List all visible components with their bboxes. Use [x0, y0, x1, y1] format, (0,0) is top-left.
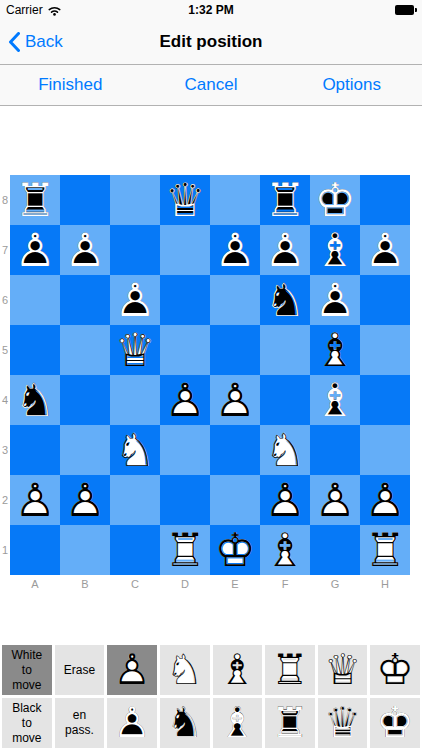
- erase-button[interactable]: Erase: [55, 645, 105, 695]
- rank-labels: 87654321: [0, 175, 10, 575]
- file-label-b: B: [60, 575, 110, 593]
- square-g6[interactable]: ♟♙: [310, 275, 360, 325]
- square-g7[interactable]: ♝♗: [310, 225, 360, 275]
- back-button[interactable]: Back: [8, 20, 63, 64]
- square-b1[interactable]: [60, 525, 110, 575]
- square-g8[interactable]: ♚♔: [310, 175, 360, 225]
- file-labels: ABCDEFGH: [10, 575, 410, 593]
- palette-white-rook[interactable]: ♜♖: [265, 645, 315, 695]
- square-e1[interactable]: ♚♔: [210, 525, 260, 575]
- square-f4[interactable]: [260, 375, 310, 425]
- rank-label-2: 2: [0, 475, 10, 525]
- square-c7[interactable]: [110, 225, 160, 275]
- square-c3[interactable]: ♞♘: [110, 425, 160, 475]
- square-d4[interactable]: ♟♙: [160, 375, 210, 425]
- piece-black-pawn: ♟♙: [110, 275, 160, 325]
- square-d5[interactable]: [160, 325, 210, 375]
- square-b3[interactable]: [60, 425, 110, 475]
- square-h6[interactable]: [360, 275, 410, 325]
- file-label-f: F: [260, 575, 310, 593]
- black-to-move-button[interactable]: Blacktomove: [2, 698, 52, 748]
- square-h3[interactable]: [360, 425, 410, 475]
- en-passant-button-label: enpass.: [65, 708, 94, 738]
- piece-black-knight: ♞♘: [10, 375, 60, 425]
- square-f2[interactable]: ♟♙: [260, 475, 310, 525]
- palette-black-pawn[interactable]: ♟♙: [107, 698, 157, 748]
- square-d1[interactable]: ♜♖: [160, 525, 210, 575]
- square-g5[interactable]: ♝♗: [310, 325, 360, 375]
- square-b2[interactable]: ♟♙: [60, 475, 110, 525]
- square-e3[interactable]: [210, 425, 260, 475]
- square-e8[interactable]: [210, 175, 260, 225]
- square-h7[interactable]: ♟♙: [360, 225, 410, 275]
- piece-white-rook: ♜♖: [267, 647, 313, 693]
- square-e6[interactable]: [210, 275, 260, 325]
- palette-black-bishop[interactable]: ♝♗: [213, 698, 263, 748]
- piece-white-rook: ♜♖: [360, 525, 410, 575]
- square-a5[interactable]: [10, 325, 60, 375]
- palette-black-king[interactable]: ♚♔: [370, 698, 420, 748]
- rank-label-5: 5: [0, 325, 10, 375]
- piece-black-rook: ♜♖: [267, 700, 313, 746]
- square-d8[interactable]: ♛♕: [160, 175, 210, 225]
- rank-label-8: 8: [0, 175, 10, 225]
- piece-black-pawn: ♟♙: [60, 225, 110, 275]
- piece-black-rook: ♜♖: [260, 175, 310, 225]
- palette-black-knight[interactable]: ♞♘: [160, 698, 210, 748]
- chess-board: ♜♖♛♕♜♖♚♔♟♙♟♙♟♙♟♙♝♗♟♙♟♙♞♘♟♙♛♕♝♗♞♘♟♙♟♙♝♗♞♘…: [10, 175, 410, 575]
- square-b4[interactable]: [60, 375, 110, 425]
- piece-black-pawn: ♟♙: [10, 225, 60, 275]
- page-title: Edit position: [0, 20, 422, 64]
- rank-label-7: 7: [0, 225, 10, 275]
- square-a3[interactable]: [10, 425, 60, 475]
- file-label-e: E: [210, 575, 260, 593]
- piece-white-pawn: ♟♙: [260, 475, 310, 525]
- piece-white-pawn: ♟♙: [160, 375, 210, 425]
- clock: 1:32 PM: [0, 0, 422, 20]
- palette-white-pawn[interactable]: ♟♙: [107, 645, 157, 695]
- piece-white-pawn: ♟♙: [10, 475, 60, 525]
- square-c8[interactable]: [110, 175, 160, 225]
- black-to-move-button-label: Blacktomove: [12, 701, 41, 746]
- square-h2[interactable]: ♟♙: [360, 475, 410, 525]
- square-c1[interactable]: [110, 525, 160, 575]
- square-f5[interactable]: [260, 325, 310, 375]
- piece-black-queen: ♛♕: [160, 175, 210, 225]
- square-d7[interactable]: [160, 225, 210, 275]
- square-b5[interactable]: [60, 325, 110, 375]
- square-a6[interactable]: [10, 275, 60, 325]
- rank-label-4: 4: [0, 375, 10, 425]
- square-a1[interactable]: [10, 525, 60, 575]
- piece-black-rook: ♜♖: [10, 175, 60, 225]
- square-b6[interactable]: [60, 275, 110, 325]
- rank-label-1: 1: [0, 525, 10, 575]
- piece-white-bishop: ♝♗: [214, 647, 260, 693]
- status-bar: Carrier 1:32 PM: [0, 0, 422, 20]
- piece-white-pawn: ♟♙: [360, 475, 410, 525]
- palette-white-knight[interactable]: ♞♘: [160, 645, 210, 695]
- square-d3[interactable]: [160, 425, 210, 475]
- square-g1[interactable]: [310, 525, 360, 575]
- square-f8[interactable]: ♜♖: [260, 175, 310, 225]
- piece-black-pawn: ♟♙: [210, 225, 260, 275]
- square-d2[interactable]: [160, 475, 210, 525]
- file-label-a: A: [10, 575, 60, 593]
- square-f6[interactable]: ♞♘: [260, 275, 310, 325]
- square-g3[interactable]: [310, 425, 360, 475]
- square-e2[interactable]: [210, 475, 260, 525]
- back-label: Back: [25, 32, 63, 52]
- palette-white-queen[interactable]: ♛♕: [318, 645, 368, 695]
- piece-black-knight: ♞♘: [260, 275, 310, 325]
- square-e4[interactable]: ♟♙: [210, 375, 260, 425]
- square-b8[interactable]: [60, 175, 110, 225]
- palette-black-queen[interactable]: ♛♕: [318, 698, 368, 748]
- piece-white-queen: ♛♕: [320, 647, 366, 693]
- board-area: 87654321 ♜♖♛♕♜♖♚♔♟♙♟♙♟♙♟♙♝♗♟♙♟♙♞♘♟♙♛♕♝♗♞…: [10, 175, 410, 575]
- piece-black-knight: ♞♘: [162, 700, 208, 746]
- square-b7[interactable]: ♟♙: [60, 225, 110, 275]
- palette-black-rook[interactable]: ♜♖: [265, 698, 315, 748]
- square-h4[interactable]: [360, 375, 410, 425]
- white-to-move-button-label: Whitetomove: [11, 648, 42, 693]
- square-f7[interactable]: ♟♙: [260, 225, 310, 275]
- square-a4[interactable]: ♞♘: [10, 375, 60, 425]
- piece-black-pawn: ♟♙: [109, 700, 155, 746]
- piece-white-pawn: ♟♙: [109, 647, 155, 693]
- piece-white-pawn: ♟♙: [310, 475, 360, 525]
- piece-white-bishop: ♝♗: [310, 325, 360, 375]
- square-a7[interactable]: ♟♙: [10, 225, 60, 275]
- piece-black-king: ♚♔: [372, 700, 418, 746]
- options-button[interactable]: Options: [281, 65, 422, 105]
- file-label-c: C: [110, 575, 160, 593]
- piece-white-queen: ♛♕: [110, 325, 160, 375]
- piece-black-bishop: ♝♗: [310, 375, 360, 425]
- piece-black-pawn: ♟♙: [360, 225, 410, 275]
- file-label-d: D: [160, 575, 210, 593]
- square-h8[interactable]: [360, 175, 410, 225]
- piece-black-pawn: ♟♙: [260, 225, 310, 275]
- piece-white-king: ♚♔: [372, 647, 418, 693]
- square-h1[interactable]: ♜♖: [360, 525, 410, 575]
- erase-button-label: Erase: [64, 663, 95, 678]
- cancel-button[interactable]: Cancel: [141, 65, 282, 105]
- square-e7[interactable]: ♟♙: [210, 225, 260, 275]
- piece-white-pawn: ♟♙: [210, 375, 260, 425]
- square-e5[interactable]: [210, 325, 260, 375]
- back-chevron-icon: [8, 32, 20, 52]
- palette-white-king[interactable]: ♚♔: [370, 645, 420, 695]
- piece-black-bishop: ♝♗: [310, 225, 360, 275]
- piece-white-knight: ♞♘: [110, 425, 160, 475]
- battery-icon: [395, 5, 417, 15]
- piece-white-pawn: ♟♙: [60, 475, 110, 525]
- square-h5[interactable]: [360, 325, 410, 375]
- file-label-g: G: [310, 575, 360, 593]
- square-g4[interactable]: ♝♗: [310, 375, 360, 425]
- square-c5[interactable]: ♛♕: [110, 325, 160, 375]
- piece-black-queen: ♛♕: [320, 700, 366, 746]
- square-c4[interactable]: [110, 375, 160, 425]
- square-f1[interactable]: ♝♗: [260, 525, 310, 575]
- piece-white-knight: ♞♘: [260, 425, 310, 475]
- square-f3[interactable]: ♞♘: [260, 425, 310, 475]
- piece-black-bishop: ♝♗: [214, 700, 260, 746]
- square-a2[interactable]: ♟♙: [10, 475, 60, 525]
- en-passant-button[interactable]: enpass.: [55, 698, 105, 748]
- edit-toolbar: Finished Cancel Options: [0, 65, 422, 106]
- piece-white-knight: ♞♘: [162, 647, 208, 693]
- piece-white-rook: ♜♖: [160, 525, 210, 575]
- piece-black-pawn: ♟♙: [310, 275, 360, 325]
- rank-label-3: 3: [0, 425, 10, 475]
- finished-button[interactable]: Finished: [0, 65, 141, 105]
- navigation-bar: Back Edit position: [0, 20, 422, 65]
- piece-white-bishop: ♝♗: [260, 525, 310, 575]
- square-d6[interactable]: [160, 275, 210, 325]
- square-c6[interactable]: ♟♙: [110, 275, 160, 325]
- file-label-h: H: [360, 575, 410, 593]
- square-a8[interactable]: ♜♖: [10, 175, 60, 225]
- piece-black-king: ♚♔: [310, 175, 360, 225]
- rank-label-6: 6: [0, 275, 10, 325]
- white-to-move-button[interactable]: Whitetomove: [2, 645, 52, 695]
- piece-white-king: ♚♔: [210, 525, 260, 575]
- square-g2[interactable]: ♟♙: [310, 475, 360, 525]
- piece-palette: WhitetomoveErase♟♙♞♘♝♗♜♖♛♕♚♔Blacktomovee…: [0, 643, 422, 750]
- palette-white-bishop[interactable]: ♝♗: [213, 645, 263, 695]
- square-c2[interactable]: [110, 475, 160, 525]
